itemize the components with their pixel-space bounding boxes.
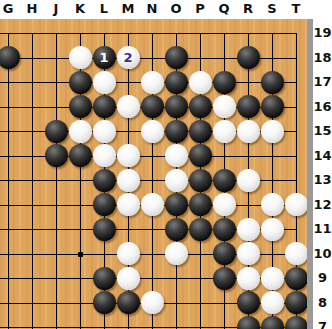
move-number-label-1: 1 (99, 51, 108, 64)
stone-white-N8[interactable] (141, 291, 164, 314)
row-labels: 19181716151413121110987 (313, 0, 332, 329)
stone-black-P11[interactable] (189, 218, 212, 241)
stone-black-T7[interactable] (285, 316, 308, 329)
stone-black-Q9[interactable] (213, 267, 236, 290)
stone-white-M14[interactable] (117, 144, 140, 167)
stone-white-M9[interactable] (117, 267, 140, 290)
stone-white-M10[interactable] (117, 242, 140, 265)
stone-black-R8[interactable] (237, 291, 260, 314)
stone-black-L11[interactable] (93, 218, 116, 241)
stone-white-O13[interactable] (165, 169, 188, 192)
stone-white-S9[interactable] (261, 267, 284, 290)
row-label-10: 10 (313, 246, 332, 261)
stone-black-P12[interactable] (189, 193, 212, 216)
row-label-17: 17 (313, 74, 332, 89)
stone-black-O17[interactable] (165, 71, 188, 94)
stone-white-M13[interactable] (117, 169, 140, 192)
stone-black-G18[interactable] (0, 46, 20, 69)
stone-white-M16[interactable] (117, 95, 140, 118)
stone-black-R18[interactable] (237, 46, 260, 69)
grid-line-col-G (8, 33, 9, 329)
stone-black-L12[interactable] (93, 193, 116, 216)
grid-line-row-19 (0, 33, 297, 34)
column-label-R: R (236, 1, 260, 16)
row-label-15: 15 (313, 123, 332, 138)
stone-black-M8[interactable] (117, 291, 140, 314)
stone-white-Q15[interactable] (213, 120, 236, 143)
grid-line-col-J (56, 33, 57, 329)
stone-black-L18[interactable]: 1 (93, 46, 116, 69)
go-board-screenshot: 12 GHJKLMNOPQRST 19181716151413121110987 (0, 0, 332, 329)
stone-white-R11[interactable] (237, 218, 260, 241)
stone-white-M18[interactable]: 2 (117, 46, 140, 69)
stone-black-Q10[interactable] (213, 242, 236, 265)
stone-black-S16[interactable] (261, 95, 284, 118)
stone-black-P13[interactable] (189, 169, 212, 192)
stone-black-O12[interactable] (165, 193, 188, 216)
star-point-K10 (78, 252, 83, 257)
row-label-11: 11 (313, 221, 332, 236)
stone-white-L14[interactable] (93, 144, 116, 167)
column-label-M: M (116, 1, 140, 16)
stone-black-K16[interactable] (69, 95, 92, 118)
grid-line-col-H (32, 33, 33, 329)
stone-black-O16[interactable] (165, 95, 188, 118)
stone-white-N15[interactable] (141, 120, 164, 143)
stone-black-S17[interactable] (261, 71, 284, 94)
stone-black-S7[interactable] (261, 316, 284, 329)
stone-white-R15[interactable] (237, 120, 260, 143)
column-label-L: L (92, 1, 116, 16)
stone-white-S12[interactable] (261, 193, 284, 216)
stone-white-O14[interactable] (165, 144, 188, 167)
stone-black-L9[interactable] (93, 267, 116, 290)
stone-black-T8[interactable] (285, 291, 308, 314)
stone-white-R9[interactable] (237, 267, 260, 290)
row-label-13: 13 (313, 172, 332, 187)
stone-black-Q11[interactable] (213, 218, 236, 241)
stone-black-Q13[interactable] (213, 169, 236, 192)
stone-white-T12[interactable] (285, 193, 308, 216)
stone-white-R13[interactable] (237, 169, 260, 192)
stone-white-S11[interactable] (261, 218, 284, 241)
stone-black-O15[interactable] (165, 120, 188, 143)
stone-black-J15[interactable] (45, 120, 68, 143)
row-label-19: 19 (313, 25, 332, 40)
stone-white-S15[interactable] (261, 120, 284, 143)
stone-black-T9[interactable] (285, 267, 308, 290)
stone-white-O10[interactable] (165, 242, 188, 265)
stone-black-L8[interactable] (93, 291, 116, 314)
stone-black-P15[interactable] (189, 120, 212, 143)
row-label-18: 18 (313, 50, 332, 65)
stone-black-J14[interactable] (45, 144, 68, 167)
row-label-12: 12 (313, 197, 332, 212)
row-label-7: 7 (313, 319, 332, 329)
stone-black-P14[interactable] (189, 144, 212, 167)
stone-black-P16[interactable] (189, 95, 212, 118)
stone-white-R10[interactable] (237, 242, 260, 265)
column-label-H: H (20, 1, 44, 16)
column-label-K: K (68, 1, 92, 16)
stone-white-Q12[interactable] (213, 193, 236, 216)
stone-black-K14[interactable] (69, 144, 92, 167)
stone-black-O18[interactable] (165, 46, 188, 69)
stone-white-Q16[interactable] (213, 95, 236, 118)
stone-black-L16[interactable] (93, 95, 116, 118)
stone-white-P17[interactable] (189, 71, 212, 94)
stone-black-R7[interactable] (237, 316, 260, 329)
column-label-T: T (284, 1, 308, 16)
stone-black-K17[interactable] (69, 71, 92, 94)
column-label-P: P (188, 1, 212, 16)
move-number-label-2: 2 (123, 51, 132, 64)
column-label-Q: Q (212, 1, 236, 16)
row-label-14: 14 (313, 148, 332, 163)
stone-black-Q17[interactable] (213, 71, 236, 94)
stone-white-K15[interactable] (69, 120, 92, 143)
go-board[interactable]: 12 (0, 19, 307, 329)
stone-white-M12[interactable] (117, 193, 140, 216)
stone-white-N17[interactable] (141, 71, 164, 94)
column-label-N: N (140, 1, 164, 16)
stone-white-N12[interactable] (141, 193, 164, 216)
stone-black-O11[interactable] (165, 218, 188, 241)
row-label-9: 9 (313, 270, 332, 285)
stone-white-S8[interactable] (261, 291, 284, 314)
column-label-J: J (44, 1, 68, 16)
stone-white-K18[interactable] (69, 46, 92, 69)
column-label-G: G (0, 1, 20, 16)
stone-black-R16[interactable] (237, 95, 260, 118)
stone-black-L13[interactable] (93, 169, 116, 192)
column-label-S: S (260, 1, 284, 16)
column-label-O: O (164, 1, 188, 16)
row-label-16: 16 (313, 99, 332, 114)
stone-white-L15[interactable] (93, 120, 116, 143)
row-label-8: 8 (313, 295, 332, 310)
column-labels: GHJKLMNOPQRST (0, 0, 332, 19)
stone-black-N16[interactable] (141, 95, 164, 118)
stone-white-T10[interactable] (285, 242, 308, 265)
stone-white-L17[interactable] (93, 71, 116, 94)
